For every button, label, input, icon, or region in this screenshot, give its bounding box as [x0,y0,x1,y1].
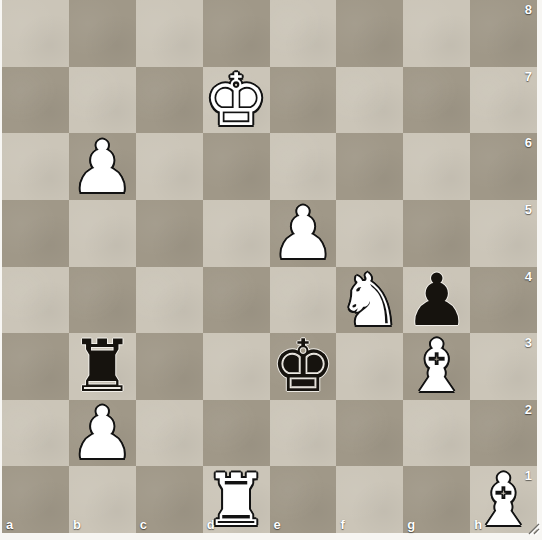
square-f8[interactable] [336,0,403,67]
square-d3[interactable] [203,333,270,400]
square-g1[interactable] [403,466,470,533]
square-h6[interactable] [470,133,537,200]
square-f1[interactable] [336,466,403,533]
square-b7[interactable] [69,67,136,134]
square-a6[interactable] [2,133,69,200]
square-a7[interactable] [2,67,69,134]
square-f7[interactable] [336,67,403,134]
square-c2[interactable] [136,400,203,467]
square-g5[interactable] [403,200,470,267]
square-d5[interactable] [203,200,270,267]
square-a1[interactable] [2,466,69,533]
square-a3[interactable] [2,333,69,400]
square-g7[interactable] [403,67,470,134]
piece-white-pawn-b6[interactable]: ♟ [69,133,136,200]
piece-white-knight-f4[interactable]: ♞ [336,267,403,334]
piece-white-pawn-e5[interactable]: ♟ [270,200,337,267]
square-d8[interactable] [203,0,270,67]
square-c6[interactable] [136,133,203,200]
square-d4[interactable] [203,267,270,334]
square-g6[interactable] [403,133,470,200]
square-b5[interactable] [69,200,136,267]
piece-white-pawn-b2[interactable]: ♟ [69,400,136,467]
square-d2[interactable] [203,400,270,467]
square-h5[interactable] [470,200,537,267]
square-h7[interactable] [470,67,537,134]
square-e8[interactable] [270,0,337,67]
piece-white-rook-d1[interactable]: ♜ [203,466,270,533]
square-f5[interactable] [336,200,403,267]
square-c8[interactable] [136,0,203,67]
square-a2[interactable] [2,400,69,467]
resize-grip-icon[interactable] [527,521,541,535]
square-e7[interactable] [270,67,337,134]
square-a5[interactable] [2,200,69,267]
square-e4[interactable] [270,267,337,334]
square-b1[interactable] [69,466,136,533]
piece-black-rook-b3[interactable]: ♜ [69,333,136,400]
square-a8[interactable] [2,0,69,67]
square-g2[interactable] [403,400,470,467]
square-b4[interactable] [69,267,136,334]
square-e1[interactable] [270,466,337,533]
square-h8[interactable] [470,0,537,67]
piece-black-pawn-g4[interactable]: ♟ [403,267,470,334]
square-h2[interactable] [470,400,537,467]
square-f3[interactable] [336,333,403,400]
square-c5[interactable] [136,200,203,267]
chess-app-page: 87654321abcdefgh♚♟♟♞♟♜♚♝♟♜♝ [0,0,542,540]
square-c4[interactable] [136,267,203,334]
square-h3[interactable] [470,333,537,400]
piece-black-king-e3[interactable]: ♚ [270,333,337,400]
square-d6[interactable] [203,133,270,200]
square-c7[interactable] [136,67,203,134]
square-b8[interactable] [69,0,136,67]
piece-white-king-d7[interactable]: ♚ [203,67,270,134]
piece-white-bishop-g3[interactable]: ♝ [403,333,470,400]
square-f2[interactable] [336,400,403,467]
square-c1[interactable] [136,466,203,533]
square-g8[interactable] [403,0,470,67]
square-e6[interactable] [270,133,337,200]
square-f6[interactable] [336,133,403,200]
square-a4[interactable] [2,267,69,334]
square-h4[interactable] [470,267,537,334]
square-c3[interactable] [136,333,203,400]
chess-board: 87654321abcdefgh♚♟♟♞♟♜♚♝♟♜♝ [2,0,537,533]
square-e2[interactable] [270,400,337,467]
